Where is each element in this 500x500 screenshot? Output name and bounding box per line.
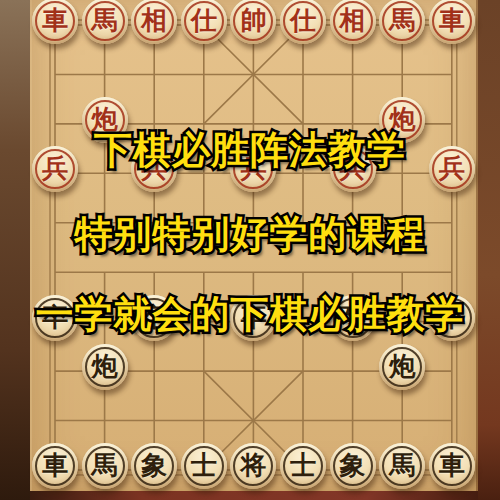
piece-red-elephant[interactable]: 相 xyxy=(330,0,376,44)
piece-black-advisor[interactable]: 士 xyxy=(280,443,326,489)
piece-glyph: 将 xyxy=(240,452,266,478)
piece-black-chariot[interactable]: 車 xyxy=(429,443,475,489)
piece-red-horse[interactable]: 馬 xyxy=(82,0,128,44)
piece-black-horse[interactable]: 馬 xyxy=(379,443,425,489)
piece-glyph: 車 xyxy=(42,452,68,478)
piece-glyph: 車 xyxy=(439,452,465,478)
piece-glyph: 仕 xyxy=(191,7,217,33)
piece-black-chariot[interactable]: 車 xyxy=(32,443,78,489)
piece-black-elephant[interactable]: 象 xyxy=(131,443,177,489)
piece-glyph: 馬 xyxy=(92,7,118,33)
piece-glyph: 馬 xyxy=(389,7,415,33)
overlay-text-line-3: 一学就会的下棋必胜教学 xyxy=(0,293,500,335)
piece-red-chariot[interactable]: 車 xyxy=(429,0,475,44)
piece-glyph: 車 xyxy=(439,7,465,33)
piece-black-horse[interactable]: 馬 xyxy=(82,443,128,489)
piece-black-cannon[interactable]: 炮 xyxy=(379,344,425,390)
piece-glyph: 帥 xyxy=(240,7,266,33)
piece-red-chariot[interactable]: 車 xyxy=(32,0,78,44)
piece-glyph: 士 xyxy=(191,452,217,478)
piece-glyph: 相 xyxy=(141,7,167,33)
piece-glyph: 炮 xyxy=(389,353,415,379)
piece-red-advisor[interactable]: 仕 xyxy=(280,0,326,44)
piece-glyph: 炮 xyxy=(92,353,118,379)
piece-glyph: 士 xyxy=(290,452,316,478)
piece-black-advisor[interactable]: 士 xyxy=(181,443,227,489)
piece-glyph: 象 xyxy=(340,452,366,478)
piece-red-advisor[interactable]: 仕 xyxy=(181,0,227,44)
piece-glyph: 仕 xyxy=(290,7,316,33)
piece-glyph: 相 xyxy=(340,7,366,33)
piece-glyph: 車 xyxy=(42,7,68,33)
overlay-text-line-1: 下棋必胜阵法教学 xyxy=(0,129,500,171)
piece-glyph: 象 xyxy=(141,452,167,478)
piece-black-elephant[interactable]: 象 xyxy=(330,443,376,489)
overlay-text-line-2: 特别特别好学的课程 xyxy=(0,213,500,255)
xiangqi-app-screen: 一二三四五六七八九987654321 車馬相仕帥仕相馬車炮炮兵兵兵兵兵卒卒卒卒卒… xyxy=(0,0,500,500)
piece-glyph: 馬 xyxy=(92,452,118,478)
piece-black-cannon[interactable]: 炮 xyxy=(82,344,128,390)
piece-glyph: 馬 xyxy=(389,452,415,478)
